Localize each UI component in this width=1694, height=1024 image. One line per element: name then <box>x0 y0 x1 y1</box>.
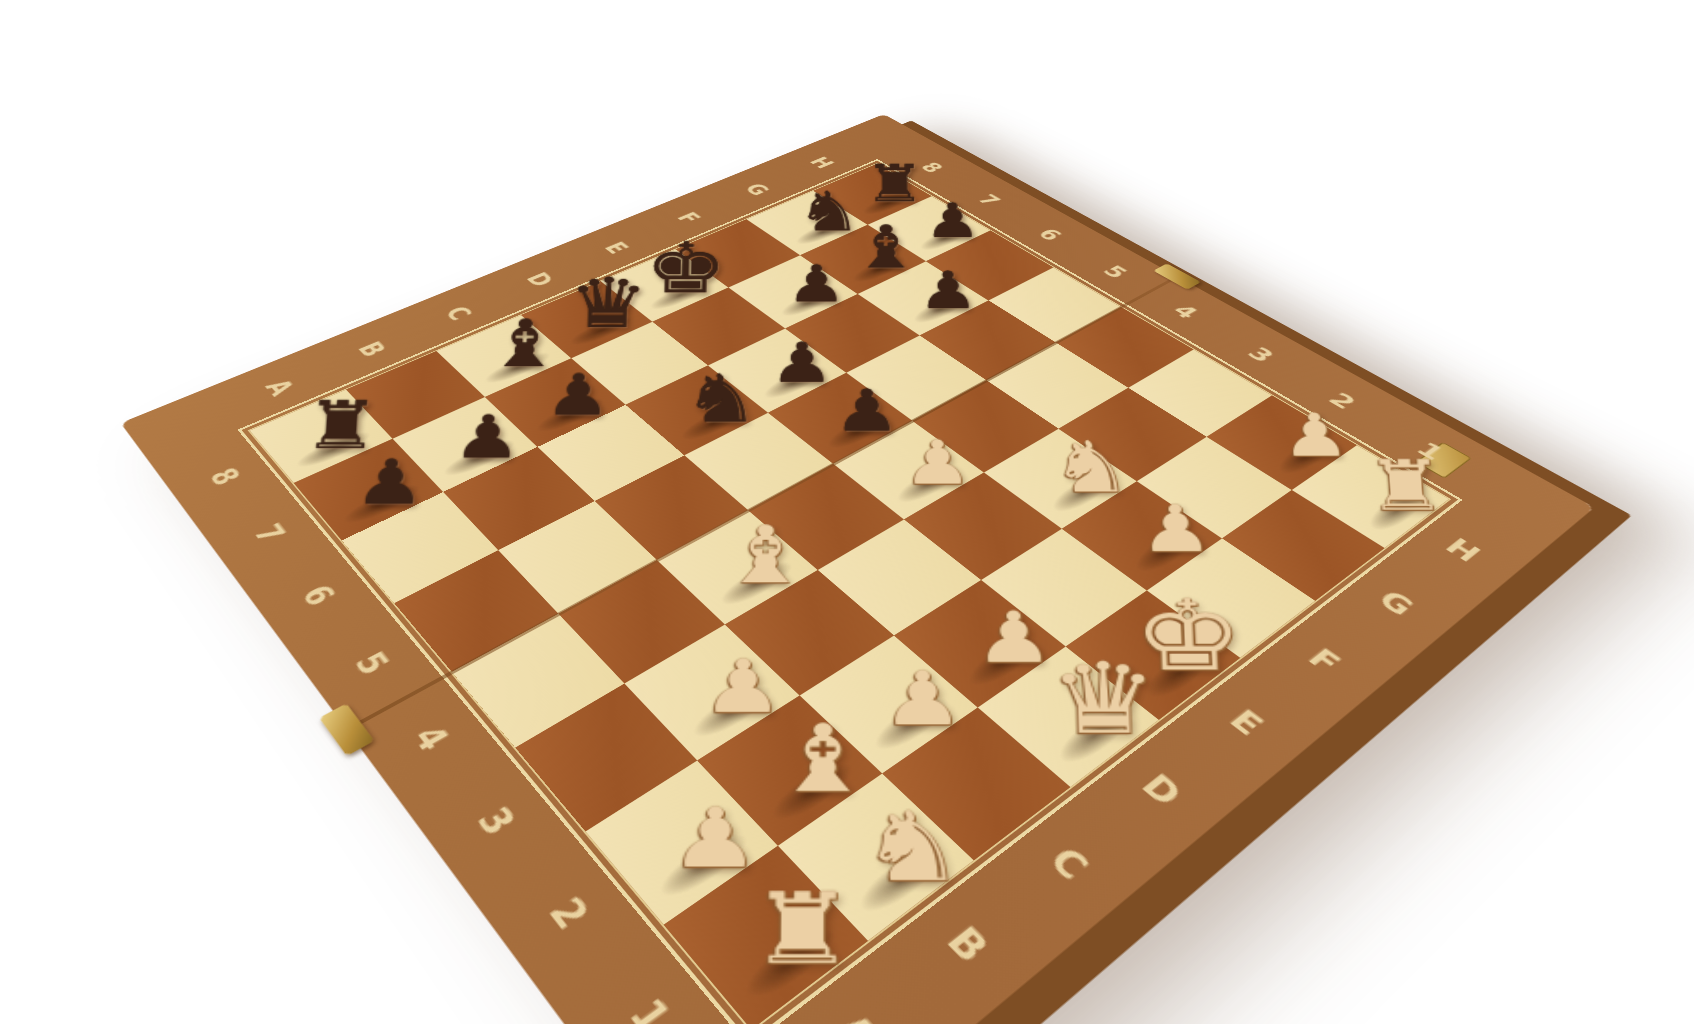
file-label-bottom-D: D <box>1129 764 1194 817</box>
piece-white-rook-a1[interactable]: ♜ <box>728 880 877 979</box>
rank-label-right-4: 4 <box>1162 299 1208 325</box>
brass-clasp-icon <box>319 703 374 756</box>
rank-label-left-5: 5 <box>342 641 400 686</box>
piece-black-pawn-a7[interactable]: ♟ <box>333 452 446 514</box>
rank-label-left-2: 2 <box>534 883 603 944</box>
rank-label-right-3: 3 <box>1237 341 1285 369</box>
board-perspective-wrapper: ♜♝♛♚♞♜♟♟♟♟♝♟♞♟♟♟♝♟♟♞♟♝♟♟♟♟♜♞♛♚♜ AA88BB77… <box>121 114 1595 1024</box>
piece-white-pawn-a2[interactable]: ♟ <box>644 797 785 879</box>
file-label-top-B: B <box>349 336 395 364</box>
file-label-bottom-F: F <box>1294 638 1355 683</box>
file-label-bottom-H: H <box>1434 531 1490 569</box>
file-label-bottom-A: A <box>818 999 892 1024</box>
file-label-top-H: H <box>802 153 841 173</box>
piece-white-pawn-f2[interactable]: ♟ <box>1118 497 1235 561</box>
rank-label-left-7: 7 <box>243 515 296 552</box>
piece-white-rook-h1[interactable]: ♜ <box>1348 451 1463 521</box>
piece-white-bishop-c4[interactable]: ♝ <box>707 515 824 594</box>
file-label-bottom-B: B <box>932 913 1003 977</box>
chess-board-frame: ♜♝♛♚♞♜♟♟♟♟♝♟♞♟♟♟♝♟♟♞♟♝♟♟♟♟♜♞♛♚♜ AA88BB77… <box>121 114 1595 1024</box>
rank-label-left-6: 6 <box>290 575 345 616</box>
square-a5[interactable] <box>394 550 558 672</box>
product-photo-stage: ♜♝♛♚♞♜♟♟♟♟♝♟♞♟♟♟♝♟♟♞♟♝♟♟♟♟♜♞♛♚♜ AA88BB77… <box>0 0 1694 1024</box>
rank-label-left-8: 8 <box>199 460 249 494</box>
file-label-bottom-G: G <box>1367 583 1425 624</box>
chess-board-playing-area[interactable]: ♜♝♛♚♞♜♟♟♟♟♝♟♞♟♟♟♝♟♟♞♟♝♟♟♟♟♜♞♛♚♜ <box>250 164 1449 1024</box>
piece-black-pawn-g6[interactable]: ♟ <box>901 265 995 316</box>
file-label-top-G: G <box>737 179 777 200</box>
file-label-top-D: D <box>518 268 561 293</box>
piece-black-pawn-b7[interactable]: ♟ <box>433 408 542 467</box>
rank-label-right-5: 5 <box>1093 260 1137 284</box>
rank-label-right-6: 6 <box>1028 224 1071 247</box>
piece-white-knight-f3[interactable]: ♞ <box>1036 432 1147 503</box>
file-label-top-C: C <box>436 301 481 327</box>
file-label-top-E: E <box>595 236 637 259</box>
square-h3[interactable] <box>1128 350 1272 437</box>
file-label-bottom-E: E <box>1215 699 1278 748</box>
piece-white-queen-d1[interactable]: ♛ <box>1038 651 1170 750</box>
rank-label-left-3: 3 <box>463 794 528 849</box>
piece-black-knight-d6[interactable]: ♞ <box>669 365 773 432</box>
file-label-bottom-C: C <box>1035 835 1103 893</box>
file-label-top-F: F <box>668 207 709 229</box>
piece-white-pawn-e4[interactable]: ♟ <box>883 433 992 494</box>
rank-label-left-4: 4 <box>400 714 461 764</box>
piece-black-pawn-f7[interactable]: ♟ <box>770 259 863 310</box>
rank-label-left-1: 1 <box>613 983 686 1024</box>
